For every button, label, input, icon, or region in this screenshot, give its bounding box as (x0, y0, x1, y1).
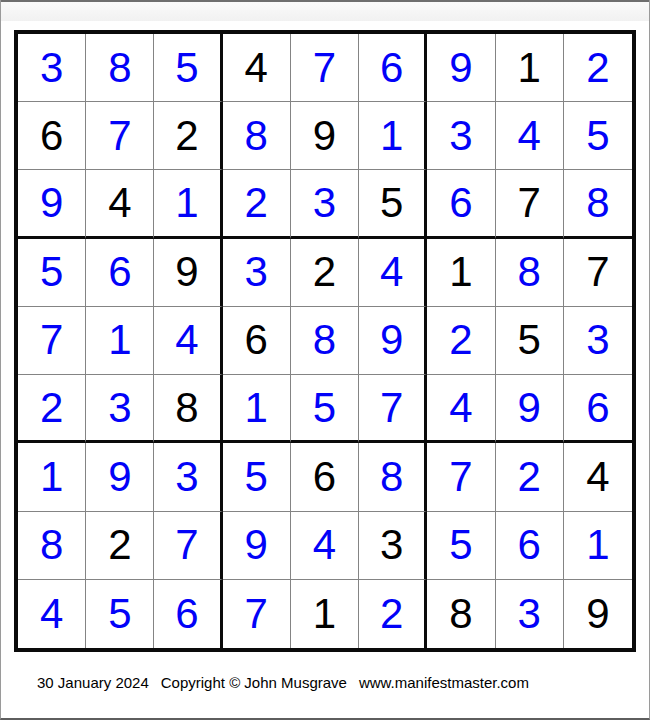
sudoku-cell-r1c7: 9 (427, 34, 495, 102)
sudoku-cell-r1c2: 8 (86, 34, 154, 102)
sudoku-cell-r2c1: 6 (18, 102, 86, 170)
sudoku-cell-r5c5: 8 (291, 307, 359, 375)
sudoku-cell-r7c4: 5 (223, 443, 291, 511)
sudoku-cell-r5c7: 2 (427, 307, 495, 375)
sudoku-cell-r4c7: 1 (427, 239, 495, 307)
sudoku-cell-r3c5: 3 (291, 170, 359, 238)
sudoku-cell-r1c9: 2 (564, 34, 632, 102)
sudoku-cell-r6c5: 5 (291, 375, 359, 443)
sudoku-cell-r6c8: 9 (496, 375, 564, 443)
sudoku-cell-r6c4: 1 (223, 375, 291, 443)
sudoku-cell-r4c9: 7 (564, 239, 632, 307)
sudoku-cell-r4c6: 4 (359, 239, 427, 307)
sudoku-cell-r8c7: 5 (427, 512, 495, 580)
sudoku-cell-r7c7: 7 (427, 443, 495, 511)
sudoku-cell-r9c1: 4 (18, 580, 86, 648)
sudoku-cell-r2c9: 5 (564, 102, 632, 170)
sudoku-cell-r9c5: 1 (291, 580, 359, 648)
sudoku-cell-r7c3: 3 (154, 443, 222, 511)
sudoku-cell-r5c9: 3 (564, 307, 632, 375)
sudoku-cell-r9c6: 2 (359, 580, 427, 648)
sudoku-cell-r8c8: 6 (496, 512, 564, 580)
sudoku-cell-r1c8: 1 (496, 34, 564, 102)
sudoku-cell-r4c3: 9 (154, 239, 222, 307)
sudoku-grid: 3854769126728913459412356785693241877146… (14, 30, 636, 652)
sudoku-cell-r1c1: 3 (18, 34, 86, 102)
sudoku-cell-r6c2: 3 (86, 375, 154, 443)
sudoku-cell-r9c4: 7 (223, 580, 291, 648)
sudoku-cell-r9c3: 6 (154, 580, 222, 648)
sudoku-cell-r9c9: 9 (564, 580, 632, 648)
sudoku-cell-r9c8: 3 (496, 580, 564, 648)
sudoku-cell-r8c2: 2 (86, 512, 154, 580)
sudoku-cell-r2c2: 7 (86, 102, 154, 170)
sudoku-cell-r9c2: 5 (86, 580, 154, 648)
sudoku-cell-r8c6: 3 (359, 512, 427, 580)
sudoku-cell-r3c1: 9 (18, 170, 86, 238)
sudoku-cell-r4c8: 8 (496, 239, 564, 307)
sudoku-cell-r6c1: 2 (18, 375, 86, 443)
sudoku-cell-r8c4: 9 (223, 512, 291, 580)
sudoku-cell-r2c4: 8 (223, 102, 291, 170)
sudoku-cell-r5c3: 4 (154, 307, 222, 375)
sudoku-cell-r9c7: 8 (427, 580, 495, 648)
sudoku-cell-r3c6: 5 (359, 170, 427, 238)
sudoku-cell-r7c1: 1 (18, 443, 86, 511)
sudoku-cell-r7c6: 8 (359, 443, 427, 511)
sudoku-grid-wrapper: 3854769126728913459412356785693241877146… (14, 30, 649, 652)
sudoku-cell-r3c2: 4 (86, 170, 154, 238)
sudoku-cell-r6c3: 8 (154, 375, 222, 443)
sudoku-cell-r2c6: 1 (359, 102, 427, 170)
sudoku-cell-r1c4: 4 (223, 34, 291, 102)
sudoku-cell-r5c4: 6 (223, 307, 291, 375)
sudoku-cell-r1c6: 6 (359, 34, 427, 102)
footer-website: www.manifestmaster.com (359, 674, 529, 691)
sudoku-cell-r1c5: 7 (291, 34, 359, 102)
footer: 30 January 2024 Copyright © John Musgrav… (1, 674, 649, 691)
sudoku-cell-r4c5: 2 (291, 239, 359, 307)
sudoku-cell-r2c3: 2 (154, 102, 222, 170)
sudoku-cell-r2c8: 4 (496, 102, 564, 170)
sudoku-cell-r3c7: 6 (427, 170, 495, 238)
sudoku-cell-r2c5: 9 (291, 102, 359, 170)
sudoku-cell-r3c9: 8 (564, 170, 632, 238)
sudoku-cell-r6c9: 6 (564, 375, 632, 443)
sudoku-cell-r4c4: 3 (223, 239, 291, 307)
sudoku-cell-r1c3: 5 (154, 34, 222, 102)
footer-date: 30 January 2024 (37, 674, 149, 691)
sudoku-cell-r6c6: 7 (359, 375, 427, 443)
sudoku-cell-r8c1: 8 (18, 512, 86, 580)
sudoku-cell-r2c7: 3 (427, 102, 495, 170)
sudoku-cell-r3c8: 7 (496, 170, 564, 238)
sudoku-cell-r8c3: 7 (154, 512, 222, 580)
sudoku-cell-r4c2: 6 (86, 239, 154, 307)
sudoku-cell-r7c9: 4 (564, 443, 632, 511)
sudoku-cell-r7c8: 2 (496, 443, 564, 511)
page: 3854769126728913459412356785693241877146… (0, 0, 650, 720)
sudoku-cell-r4c1: 5 (18, 239, 86, 307)
sudoku-cell-r5c8: 5 (496, 307, 564, 375)
sudoku-cell-r5c1: 7 (18, 307, 86, 375)
footer-copyright: Copyright © John Musgrave (161, 674, 347, 691)
sudoku-cell-r8c9: 1 (564, 512, 632, 580)
sudoku-cell-r6c7: 4 (427, 375, 495, 443)
top-bar (1, 0, 649, 21)
sudoku-cell-r3c4: 2 (223, 170, 291, 238)
sudoku-cell-r8c5: 4 (291, 512, 359, 580)
sudoku-cell-r5c2: 1 (86, 307, 154, 375)
sudoku-cell-r7c2: 9 (86, 443, 154, 511)
sudoku-cell-r5c6: 9 (359, 307, 427, 375)
sudoku-cell-r7c5: 6 (291, 443, 359, 511)
sudoku-cell-r3c3: 1 (154, 170, 222, 238)
